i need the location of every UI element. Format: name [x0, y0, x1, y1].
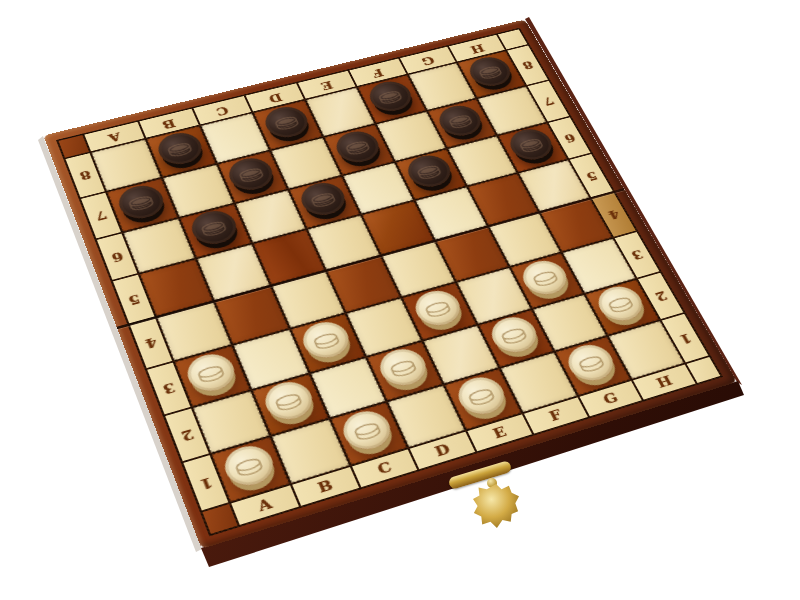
rank-label-text: 4 [606, 208, 622, 221]
file-label-text: E [491, 425, 509, 441]
file-label-text: A [256, 496, 274, 513]
rank-label-text: 1 [677, 331, 693, 346]
brass-clasp-pendant[interactable] [473, 484, 519, 528]
file-label-text: D [433, 442, 452, 459]
piece-dark-h6[interactable]: ⛂ [504, 126, 558, 164]
piece-dark-b8[interactable]: ⛂ [153, 129, 206, 168]
rank-label-text: 8 [520, 59, 535, 71]
piece-dark-h8[interactable]: ⛂ [464, 53, 516, 89]
rank-label-text: 6 [562, 131, 577, 143]
piece-dark-f6[interactable]: ⛂ [402, 152, 456, 191]
file-label-text: E [319, 79, 334, 91]
file-label-text: B [316, 478, 335, 495]
file-label-text: G [601, 391, 620, 407]
rank-label-text: 1 [197, 474, 214, 491]
piece-dark-b6[interactable]: ⛂ [186, 207, 241, 249]
rank-label-text: 2 [179, 427, 195, 443]
file-label-text: A [106, 130, 122, 143]
file-label-text: C [375, 460, 393, 477]
rank-label-text: 3 [629, 248, 645, 262]
piece-dark-g7[interactable]: ⛂ [434, 102, 487, 140]
file-label-text: F [370, 66, 385, 78]
rank-label-text: 5 [126, 292, 141, 307]
piece-light-e1[interactable]: ⛀ [452, 373, 511, 420]
piece-dark-f8[interactable]: ⛂ [364, 78, 417, 115]
rank-label-text: 8 [78, 168, 93, 181]
piece-light-f2[interactable]: ⛀ [485, 313, 543, 358]
file-label-text: H [468, 42, 486, 54]
piece-light-e3[interactable]: ⛀ [409, 286, 466, 330]
rank-label-text: 6 [109, 249, 124, 263]
photo-scene: ABCDEFGH8⛂⛂⛂⛂87⛂⛂⛂⛂76⛂⛂⛂⛂655443⛀⛀⛀⛀32⛀⛀⛀… [0, 0, 800, 600]
checkers-board: ABCDEFGH8⛂⛂⛂⛂87⛂⛂⛂⛂76⛂⛂⛂⛂655443⛀⛀⛀⛀32⛀⛀⛀… [43, 19, 737, 548]
piece-dark-d6[interactable]: ⛂ [296, 179, 351, 220]
piece-dark-d8[interactable]: ⛂ [260, 103, 313, 141]
rank-label-text: 7 [93, 208, 108, 222]
piece-light-d2[interactable]: ⛀ [374, 345, 432, 391]
piece-light-g1[interactable]: ⛀ [562, 340, 621, 385]
piece-dark-c7[interactable]: ⛂ [224, 154, 278, 194]
rank-label-text: 7 [541, 95, 556, 107]
rank-label-text: 3 [161, 380, 177, 396]
rank-label-text: 5 [584, 169, 599, 182]
piece-light-b2[interactable]: ⛀ [259, 377, 318, 425]
board-grid: ABCDEFGH8⛂⛂⛂⛂87⛂⛂⛂⛂76⛂⛂⛂⛂655443⛀⛀⛀⛀32⛀⛀⛀… [56, 28, 723, 537]
rank-label-text: 2 [652, 289, 668, 303]
piece-dark-e7[interactable]: ⛂ [331, 127, 385, 166]
piece-light-h2[interactable]: ⛀ [592, 282, 649, 325]
file-label-text: G [419, 54, 436, 66]
file-label-text: B [160, 117, 177, 130]
piece-light-a3[interactable]: ⛀ [182, 349, 240, 396]
piece-light-c3[interactable]: ⛀ [297, 317, 355, 362]
file-label-text: D [266, 91, 283, 104]
piece-light-a1[interactable]: ⛀ [219, 441, 279, 491]
rank-label-text: 4 [143, 335, 159, 350]
piece-dark-a7[interactable]: ⛂ [114, 181, 169, 222]
file-label-text: C [214, 104, 230, 117]
file-label-text: H [654, 374, 674, 390]
piece-light-g3[interactable]: ⛀ [517, 256, 574, 299]
piece-light-c1[interactable]: ⛀ [337, 406, 397, 454]
file-label-text: F [547, 408, 564, 424]
